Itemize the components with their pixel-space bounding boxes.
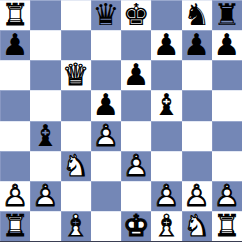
square-b8[interactable]	[30, 0, 60, 30]
square-c6[interactable]: ♛♕	[61, 60, 91, 90]
white-piece-outline-layer: ♘	[182, 211, 212, 241]
square-f5[interactable]: ♝	[151, 90, 181, 120]
square-e7[interactable]	[121, 30, 151, 60]
piece-white-p-d4[interactable]: ♟♙	[91, 121, 121, 151]
white-piece-outline-layer: ♕	[61, 60, 91, 90]
square-g4[interactable]	[182, 121, 212, 151]
square-b6[interactable]	[30, 60, 60, 90]
square-d4[interactable]: ♟♙	[91, 121, 121, 151]
square-g8[interactable]: ♞	[182, 0, 212, 30]
square-b3[interactable]	[30, 151, 60, 181]
white-piece-outline-layer: ♙	[182, 181, 212, 211]
piece-black-k-e8[interactable]: ♚	[121, 0, 151, 30]
square-f6[interactable]	[151, 60, 181, 90]
white-piece-outline-layer: ♙	[0, 181, 30, 211]
square-a6[interactable]	[0, 60, 30, 90]
square-e5[interactable]	[121, 90, 151, 120]
piece-white-p-g2[interactable]: ♟♙	[182, 181, 212, 211]
piece-black-r-h8[interactable]: ♜	[212, 0, 242, 30]
white-piece-outline-layer: ♖	[0, 0, 30, 30]
square-a7[interactable]: ♟	[0, 30, 30, 60]
square-a8[interactable]: ♜♖	[0, 0, 30, 30]
piece-black-b-b4[interactable]: ♝	[30, 121, 60, 151]
square-h8[interactable]: ♜	[212, 0, 242, 30]
white-piece-outline-layer: ♙	[212, 181, 242, 211]
piece-white-p-h2[interactable]: ♟♙	[212, 181, 242, 211]
piece-white-q-c6[interactable]: ♛♕	[61, 60, 91, 90]
square-c4[interactable]	[61, 121, 91, 151]
square-h4[interactable]	[212, 121, 242, 151]
piece-white-p-b2[interactable]: ♟♙	[30, 181, 60, 211]
square-d3[interactable]	[91, 151, 121, 181]
piece-black-p-a7[interactable]: ♟	[0, 30, 30, 60]
square-e6[interactable]: ♟	[121, 60, 151, 90]
square-c8[interactable]	[61, 0, 91, 30]
piece-black-q-d8[interactable]: ♛	[91, 0, 121, 30]
square-b4[interactable]: ♝	[30, 121, 60, 151]
square-h2[interactable]: ♟♙	[212, 181, 242, 211]
piece-black-p-h7[interactable]: ♟	[212, 30, 242, 60]
square-g1[interactable]: ♞♘	[182, 211, 212, 241]
square-a3[interactable]	[0, 151, 30, 181]
piece-black-p-g7[interactable]: ♟	[182, 30, 212, 60]
square-d8[interactable]: ♛	[91, 0, 121, 30]
square-d6[interactable]	[91, 60, 121, 90]
square-c7[interactable]	[61, 30, 91, 60]
piece-white-n-g1[interactable]: ♞♘	[182, 211, 212, 241]
piece-white-r-a8[interactable]: ♜♖	[0, 0, 30, 30]
square-a1[interactable]: ♜♖	[0, 211, 30, 241]
square-f3[interactable]	[151, 151, 181, 181]
white-piece-outline-layer: ♙	[30, 181, 60, 211]
chess-board: ♜♖♛♚♞♜♟♟♟♟♛♕♟♟♝♝♟♙♞♘♟♙♟♙♟♙♟♙♟♙♟♙♜♖♝♗♚♔♝♗…	[0, 0, 242, 242]
square-g7[interactable]: ♟	[182, 30, 212, 60]
white-piece-outline-layer: ♙	[91, 121, 121, 151]
square-g2[interactable]: ♟♙	[182, 181, 212, 211]
piece-black-p-d5[interactable]: ♟	[91, 90, 121, 120]
white-piece-outline-layer: ♔	[121, 211, 151, 241]
square-d5[interactable]: ♟	[91, 90, 121, 120]
piece-white-p-f2[interactable]: ♟♙	[151, 181, 181, 211]
piece-white-b-c1[interactable]: ♝♗	[61, 211, 91, 241]
piece-white-b-f1[interactable]: ♝♗	[151, 211, 181, 241]
square-g3[interactable]	[182, 151, 212, 181]
square-e8[interactable]: ♚	[121, 0, 151, 30]
square-b7[interactable]	[30, 30, 60, 60]
square-d7[interactable]	[91, 30, 121, 60]
piece-black-n-g8[interactable]: ♞	[182, 0, 212, 30]
white-piece-outline-layer: ♖	[0, 211, 30, 241]
square-h3[interactable]	[212, 151, 242, 181]
white-piece-outline-layer: ♙	[121, 151, 151, 181]
white-piece-outline-layer: ♖	[212, 211, 242, 241]
white-piece-outline-layer: ♗	[61, 211, 91, 241]
square-c1[interactable]: ♝♗	[61, 211, 91, 241]
piece-white-p-e3[interactable]: ♟♙	[121, 151, 151, 181]
square-h6[interactable]	[212, 60, 242, 90]
piece-black-p-f7[interactable]: ♟	[151, 30, 181, 60]
square-c3[interactable]: ♞♘	[61, 151, 91, 181]
square-f1[interactable]: ♝♗	[151, 211, 181, 241]
square-b5[interactable]	[30, 90, 60, 120]
square-g6[interactable]	[182, 60, 212, 90]
square-h7[interactable]: ♟	[212, 30, 242, 60]
piece-white-p-a2[interactable]: ♟♙	[0, 181, 30, 211]
white-piece-outline-layer: ♘	[61, 151, 91, 181]
square-e3[interactable]: ♟♙	[121, 151, 151, 181]
square-d1[interactable]	[91, 211, 121, 241]
square-e4[interactable]	[121, 121, 151, 151]
square-f2[interactable]: ♟♙	[151, 181, 181, 211]
square-f4[interactable]	[151, 121, 181, 151]
square-b2[interactable]: ♟♙	[30, 181, 60, 211]
square-c2[interactable]	[61, 181, 91, 211]
piece-white-r-a1[interactable]: ♜♖	[0, 211, 30, 241]
white-piece-outline-layer: ♗	[151, 211, 181, 241]
square-f7[interactable]: ♟	[151, 30, 181, 60]
square-a4[interactable]	[0, 121, 30, 151]
square-a2[interactable]: ♟♙	[0, 181, 30, 211]
piece-black-b-f5[interactable]: ♝	[151, 90, 181, 120]
square-h1[interactable]: ♜♖	[212, 211, 242, 241]
square-a5[interactable]	[0, 90, 30, 120]
piece-white-r-h1[interactable]: ♜♖	[212, 211, 242, 241]
square-d2[interactable]	[91, 181, 121, 211]
square-b1[interactable]	[30, 211, 60, 241]
piece-white-k-e1[interactable]: ♚♔	[121, 211, 151, 241]
square-c5[interactable]	[61, 90, 91, 120]
piece-black-p-e6[interactable]: ♟	[121, 60, 151, 90]
white-piece-outline-layer: ♙	[151, 181, 181, 211]
square-f8[interactable]	[151, 0, 181, 30]
square-e2[interactable]	[121, 181, 151, 211]
piece-white-n-c3[interactable]: ♞♘	[61, 151, 91, 181]
square-e1[interactable]: ♚♔	[121, 211, 151, 241]
square-h5[interactable]	[212, 90, 242, 120]
square-g5[interactable]	[182, 90, 212, 120]
